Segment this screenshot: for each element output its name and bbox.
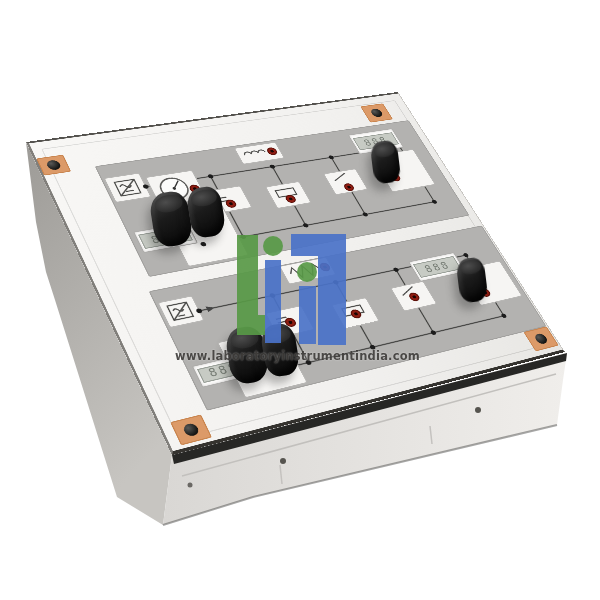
logo-i-dot [263,236,283,256]
brand-logo [235,234,347,346]
screw-icon [533,333,549,345]
screw-icon [369,108,384,117]
logo-i-stem [265,260,281,343]
current-arrow-icon [206,305,217,312]
screw-icon [45,160,62,171]
front-screw-icon [475,407,481,413]
lcd-value: 888 [413,256,461,277]
component-card [324,169,368,195]
watermark-url: www.laboratoryinstrumentindia.com [175,349,420,363]
front-screw-icon [188,483,193,488]
logo-i-dot [297,262,317,282]
logo-bracket-stem [318,234,346,345]
component-card [266,182,311,209]
logo-i-stem [299,286,316,344]
product-photo: 888 888 [0,0,600,600]
screw-icon [182,422,201,437]
front-screw-icon [280,458,286,464]
